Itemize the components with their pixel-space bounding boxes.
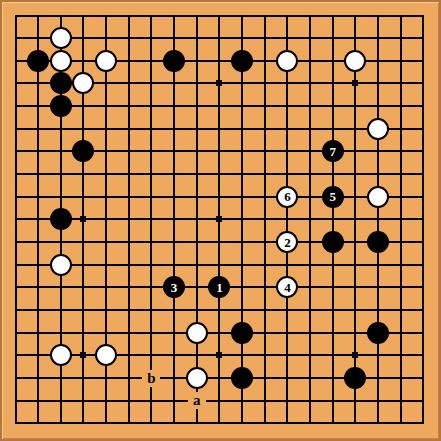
black-stone[interactable]: [231, 322, 253, 344]
white-stone[interactable]: [95, 50, 117, 72]
black-stone[interactable]: [163, 50, 185, 72]
black-stone[interactable]: [344, 367, 366, 389]
grid-line-h: [15, 332, 425, 334]
black-stone-numbered[interactable]: 5: [322, 186, 344, 208]
black-stone[interactable]: [50, 208, 72, 230]
grid-line-h: [15, 264, 425, 266]
white-stone[interactable]: [50, 254, 72, 276]
grid-line-v: [332, 15, 334, 425]
grid-line-h: [15, 400, 425, 402]
white-stone[interactable]: [367, 118, 389, 140]
grid-line-h: [15, 422, 425, 424]
point-label: a: [188, 392, 206, 409]
white-stone-numbered[interactable]: 4: [276, 276, 298, 298]
star-point: [352, 80, 358, 86]
white-stone[interactable]: [50, 27, 72, 49]
black-stone[interactable]: [50, 95, 72, 117]
star-point: [216, 80, 222, 86]
black-stone-numbered[interactable]: 3: [163, 276, 185, 298]
star-point: [216, 216, 222, 222]
grid-line-h: [15, 241, 425, 243]
star-point: [352, 352, 358, 358]
black-stone[interactable]: [322, 231, 344, 253]
grid-line-v: [422, 15, 424, 425]
black-stone[interactable]: [367, 231, 389, 253]
point-label: b: [142, 370, 160, 387]
star-point: [216, 352, 222, 358]
grid-line-v: [400, 15, 402, 425]
grid-line-v: [354, 15, 356, 425]
grid-line-v: [241, 15, 243, 425]
grid-line-v: [286, 15, 288, 425]
black-stone[interactable]: [27, 50, 49, 72]
white-stone[interactable]: [276, 50, 298, 72]
black-stone-numbered[interactable]: 7: [322, 140, 344, 162]
white-stone[interactable]: [344, 50, 366, 72]
white-stone[interactable]: [72, 72, 94, 94]
white-stone-numbered[interactable]: 6: [276, 186, 298, 208]
white-stone-numbered[interactable]: 2: [276, 231, 298, 253]
white-stone[interactable]: [367, 186, 389, 208]
star-point: [80, 352, 86, 358]
black-stone[interactable]: [367, 322, 389, 344]
black-stone-numbered[interactable]: 1: [208, 276, 230, 298]
black-stone[interactable]: [50, 72, 72, 94]
white-stone[interactable]: [186, 367, 208, 389]
grid-line-v: [309, 15, 311, 425]
white-stone[interactable]: [186, 322, 208, 344]
go-board[interactable]: 7652314ab: [0, 0, 441, 441]
grid-line-h: [15, 309, 425, 311]
white-stone[interactable]: [50, 50, 72, 72]
grid-line-v: [377, 15, 379, 425]
black-stone[interactable]: [231, 50, 253, 72]
black-stone[interactable]: [231, 367, 253, 389]
star-point: [80, 216, 86, 222]
grid-line-v: [264, 15, 266, 425]
white-stone[interactable]: [50, 344, 72, 366]
black-stone[interactable]: [72, 140, 94, 162]
white-stone[interactable]: [95, 344, 117, 366]
